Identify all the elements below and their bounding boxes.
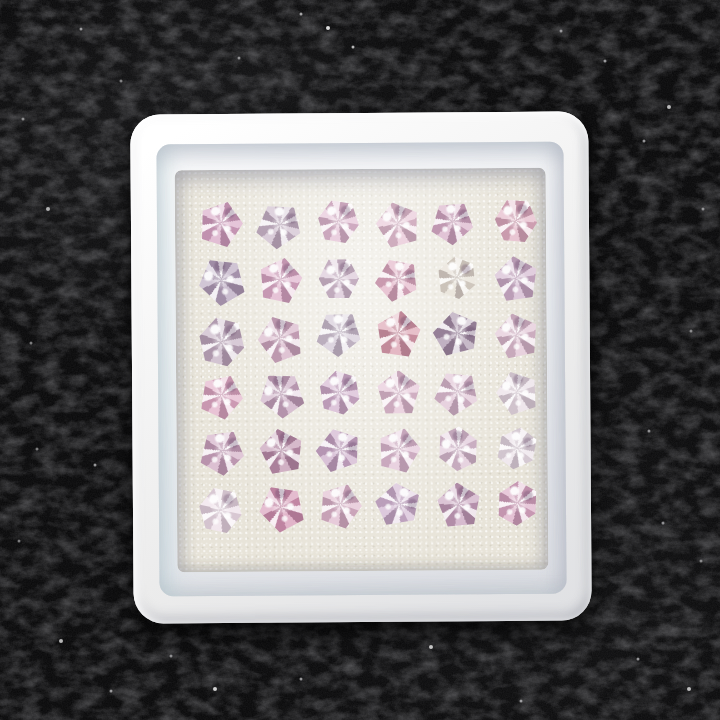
- gem-r3c2-mauve-pink: [251, 309, 309, 367]
- gem-cell-r1c3: [309, 193, 368, 250]
- gem-r6c6-pink: [488, 474, 547, 533]
- gem-r1c5-mauve-pink: [423, 192, 481, 250]
- gem-cell-r5c2: [251, 421, 310, 478]
- gem-cell-r5c5: [428, 420, 487, 477]
- gem-r5c5-light-pink: [429, 420, 486, 477]
- gem-cell-r2c5: [427, 249, 486, 306]
- gem-cell-r6c1: [193, 479, 252, 536]
- gem-r4c5-light-pink: [427, 361, 488, 422]
- gem-r1c3-light-pink: [314, 197, 364, 247]
- gem-r2c5-champagne-white: [430, 251, 483, 304]
- gem-r5c1-mauve-pink: [192, 420, 252, 480]
- gem-cell-r6c6: [488, 477, 547, 534]
- gem-r6c4-lavender-pink: [371, 476, 428, 533]
- gem-r6c2-medium-pink: [251, 477, 312, 538]
- gem-r4c2-mauve: [250, 362, 311, 423]
- gem-cell-r4c5: [428, 363, 487, 420]
- gem-cell-r4c1: [192, 365, 251, 422]
- gem-cell-r3c5: [428, 306, 487, 363]
- gem-cell-r4c4: [369, 364, 428, 421]
- gem-cell-r5c6: [487, 420, 546, 477]
- gem-cell-r2c1: [191, 251, 250, 308]
- gem-cell-r4c6: [487, 363, 546, 420]
- gem-r6c1-sparkly-white-pink: [194, 484, 247, 537]
- gem-box: [130, 111, 592, 623]
- box-inner-bevel: [156, 142, 566, 597]
- photo-scene: [0, 0, 720, 720]
- gem-cell-r2c2: [250, 250, 309, 307]
- gem-r3c6-light-pink: [490, 308, 542, 360]
- gem-r4c4-light-pink: [377, 370, 421, 414]
- gem-r2c6-lavender-pink: [491, 252, 541, 302]
- gem-r2c2-pink: [254, 253, 306, 305]
- lint-specks: [0, 0, 2, 2]
- gem-cell-r1c1: [191, 194, 250, 251]
- gem-r5c3-lavender-pink: [310, 420, 370, 480]
- gem-r4c6-pale-pink-white: [490, 365, 543, 418]
- gem-cell-r5c4: [369, 421, 428, 478]
- gem-cell-r6c5: [429, 477, 488, 534]
- gem-r6c5-mauve-lavender: [434, 480, 482, 528]
- gem-cell-r3c2: [251, 307, 310, 364]
- gem-cell-r5c3: [310, 421, 369, 478]
- gem-cell-r6c4: [370, 478, 429, 535]
- gem-r2c4-pink: [368, 249, 427, 308]
- gem-cell-r4c2: [251, 364, 310, 421]
- gem-r2c3-pale-lavender: [318, 258, 360, 300]
- gem-r3c5-dark-lavender: [427, 303, 487, 363]
- gem-r6c3-light-pink: [313, 477, 368, 532]
- gem-cell-r4c3: [310, 364, 369, 421]
- gem-r5c6-pale-white-pink: [488, 420, 545, 477]
- gem-cell-r2c3: [309, 250, 368, 307]
- gem-cell-r3c3: [310, 307, 369, 364]
- gem-r3c4-salmon-pink: [373, 308, 424, 359]
- gem-cell-r3c4: [369, 307, 428, 364]
- gem-r2c1-gray-lavender: [189, 248, 252, 311]
- gem-cell-r6c2: [252, 478, 311, 535]
- gem-r3c3-silver-lavender: [309, 301, 370, 362]
- gem-r1c2-gray-lavender: [249, 193, 311, 255]
- gem-r4c1-pink: [193, 367, 250, 424]
- gem-cell-r1c6: [486, 192, 545, 249]
- gem-r5c2-dark-mauve: [255, 424, 306, 475]
- gem-r5c4-light-pink: [373, 423, 425, 475]
- gem-cell-r1c2: [250, 193, 309, 250]
- gem-cell-r2c4: [368, 250, 427, 307]
- gem-cell-r1c5: [427, 192, 486, 249]
- gem-cell-r2c6: [486, 249, 545, 306]
- gem-grid: [191, 192, 547, 536]
- box-foam-pad: [175, 168, 549, 573]
- gem-cell-r1c4: [368, 193, 427, 250]
- gem-cell-r6c3: [311, 478, 370, 535]
- gem-r1c4-light-pink: [370, 196, 424, 250]
- gem-cell-r3c6: [487, 306, 546, 363]
- gem-r3c1-grayish-lavender: [192, 312, 251, 371]
- gem-r4c3-lavender-pink: [313, 366, 367, 420]
- gem-r1c1-pink: [193, 195, 248, 250]
- gem-r1c6-pink: [492, 197, 539, 244]
- gem-cell-r3c1: [192, 308, 251, 365]
- gem-cell-r5c1: [192, 422, 251, 479]
